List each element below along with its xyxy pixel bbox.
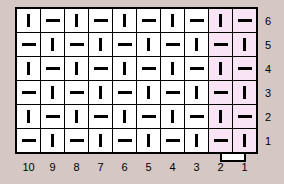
chart-board <box>15 7 258 154</box>
cell-r3-c2 <box>209 81 232 104</box>
col-label-6: 6 <box>113 160 136 174</box>
cell-r6-c1 <box>233 9 256 32</box>
cell-r3-c9 <box>41 81 64 104</box>
cell-r5-c5 <box>137 33 160 56</box>
purl-symbol <box>166 91 180 94</box>
cell-r1-c10 <box>17 129 40 152</box>
cell-r3-c4 <box>161 81 184 104</box>
cell-r2-c5 <box>137 105 160 128</box>
cell-r2-c1 <box>233 105 256 128</box>
knit-symbol <box>99 134 102 147</box>
knit-symbol <box>195 134 198 147</box>
cell-r2-c10 <box>17 105 40 128</box>
knit-symbol <box>99 86 102 99</box>
cell-r6-c10 <box>17 9 40 32</box>
row-label-1: 1 <box>261 129 275 152</box>
purl-symbol <box>118 139 132 142</box>
knit-symbol <box>123 110 126 123</box>
purl-symbol <box>238 115 252 118</box>
cell-r1-c1 <box>233 129 256 152</box>
purl-symbol <box>238 67 252 70</box>
cell-r4-c2 <box>209 57 232 80</box>
purl-symbol <box>94 115 108 118</box>
cell-r4-c9 <box>41 57 64 80</box>
purl-symbol <box>214 43 228 46</box>
cell-r3-c1 <box>233 81 256 104</box>
cell-r4-c4 <box>161 57 184 80</box>
col-label-8: 8 <box>65 160 88 174</box>
cell-r5-c4 <box>161 33 184 56</box>
cell-r4-c8 <box>65 57 88 80</box>
knit-symbol <box>75 62 78 75</box>
cell-r2-c2 <box>209 105 232 128</box>
cell-r6-c6 <box>113 9 136 32</box>
knit-symbol <box>27 110 30 123</box>
knit-symbol <box>147 134 150 147</box>
purl-symbol <box>46 67 60 70</box>
knit-symbol <box>51 134 54 147</box>
purl-symbol <box>22 91 36 94</box>
cell-r1-c5 <box>137 129 160 152</box>
knit-symbol <box>171 62 174 75</box>
col-label-2: 2 <box>209 160 232 174</box>
cell-r3-c7 <box>89 81 112 104</box>
row-label-5: 5 <box>261 33 275 56</box>
knit-symbol <box>243 86 246 99</box>
cell-r5-c8 <box>65 33 88 56</box>
knit-symbol <box>51 86 54 99</box>
purl-symbol <box>214 91 228 94</box>
cell-r6-c7 <box>89 9 112 32</box>
knit-symbol <box>27 14 30 27</box>
knit-symbol <box>75 14 78 27</box>
knit-symbol <box>195 86 198 99</box>
row-label-3: 3 <box>261 81 275 104</box>
cell-r5-c3 <box>185 33 208 56</box>
cell-r5-c6 <box>113 33 136 56</box>
cell-r3-c5 <box>137 81 160 104</box>
purl-symbol <box>190 115 204 118</box>
cell-r2-c3 <box>185 105 208 128</box>
cell-r4-c3 <box>185 57 208 80</box>
col-label-10: 10 <box>17 160 40 174</box>
cell-r6-c2 <box>209 9 232 32</box>
col-label-5: 5 <box>137 160 160 174</box>
row-label-2: 2 <box>261 105 275 128</box>
cell-r5-c9 <box>41 33 64 56</box>
col-label-1: 1 <box>233 160 256 174</box>
knit-symbol <box>123 14 126 27</box>
row-label-6: 6 <box>261 9 275 32</box>
knit-symbol <box>219 62 222 75</box>
purl-symbol <box>118 43 132 46</box>
knit-symbol <box>219 110 222 123</box>
cell-r2-c8 <box>65 105 88 128</box>
purl-symbol <box>142 19 156 22</box>
knit-symbol <box>171 14 174 27</box>
cell-r2-c6 <box>113 105 136 128</box>
purl-symbol <box>22 139 36 142</box>
knit-symbol <box>27 62 30 75</box>
purl-symbol <box>22 43 36 46</box>
purl-symbol <box>46 19 60 22</box>
cell-r3-c6 <box>113 81 136 104</box>
purl-symbol <box>166 43 180 46</box>
purl-symbol <box>166 139 180 142</box>
knit-symbol <box>243 134 246 147</box>
purl-symbol <box>214 139 228 142</box>
cell-r2-c7 <box>89 105 112 128</box>
col-label-4: 4 <box>161 160 184 174</box>
cell-r1-c3 <box>185 129 208 152</box>
purl-symbol <box>70 43 84 46</box>
cell-r4-c1 <box>233 57 256 80</box>
cell-r2-c4 <box>161 105 184 128</box>
knit-symbol <box>195 38 198 51</box>
row-label-4: 4 <box>261 57 275 80</box>
purl-symbol <box>70 139 84 142</box>
purl-symbol <box>94 67 108 70</box>
cell-r6-c4 <box>161 9 184 32</box>
cell-r4-c10 <box>17 57 40 80</box>
col-label-7: 7 <box>89 160 112 174</box>
cell-r1-c4 <box>161 129 184 152</box>
cell-r5-c10 <box>17 33 40 56</box>
column-labels: 10987654321 <box>17 160 256 174</box>
knitting-chart: 10987654321 654321 <box>0 0 284 184</box>
knit-symbol <box>123 62 126 75</box>
cell-r1-c8 <box>65 129 88 152</box>
knit-symbol <box>147 86 150 99</box>
cell-r3-c8 <box>65 81 88 104</box>
cell-r5-c2 <box>209 33 232 56</box>
repeat-bracket <box>220 154 246 162</box>
purl-symbol <box>142 67 156 70</box>
knit-symbol <box>243 38 246 51</box>
knit-symbol <box>219 14 222 27</box>
knit-symbol <box>147 38 150 51</box>
cell-r3-c3 <box>185 81 208 104</box>
cell-r5-c1 <box>233 33 256 56</box>
cell-r2-c9 <box>41 105 64 128</box>
row-labels: 654321 <box>261 9 275 152</box>
cell-r6-c5 <box>137 9 160 32</box>
cell-r1-c7 <box>89 129 112 152</box>
cell-r6-c9 <box>41 9 64 32</box>
knit-symbol <box>99 38 102 51</box>
cell-r1-c9 <box>41 129 64 152</box>
cell-r3-c10 <box>17 81 40 104</box>
purl-symbol <box>190 19 204 22</box>
cell-r1-c6 <box>113 129 136 152</box>
cell-r4-c5 <box>137 57 160 80</box>
cell-r4-c6 <box>113 57 136 80</box>
col-label-9: 9 <box>41 160 64 174</box>
purl-symbol <box>46 115 60 118</box>
purl-symbol <box>238 19 252 22</box>
purl-symbol <box>118 91 132 94</box>
purl-symbol <box>142 115 156 118</box>
cell-r6-c3 <box>185 9 208 32</box>
cell-r4-c7 <box>89 57 112 80</box>
purl-symbol <box>94 19 108 22</box>
cell-r5-c7 <box>89 33 112 56</box>
col-label-3: 3 <box>185 160 208 174</box>
knit-symbol <box>51 38 54 51</box>
cell-r1-c2 <box>209 129 232 152</box>
cell-r6-c8 <box>65 9 88 32</box>
knit-symbol <box>171 110 174 123</box>
knit-symbol <box>75 110 78 123</box>
purl-symbol <box>190 67 204 70</box>
purl-symbol <box>70 91 84 94</box>
